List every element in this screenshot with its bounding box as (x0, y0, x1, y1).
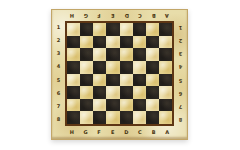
square-g8[interactable] (80, 111, 93, 124)
square-c6[interactable] (133, 86, 146, 99)
square-g3[interactable] (80, 48, 93, 61)
rank-label-right-8: 8 (174, 113, 187, 126)
square-d1[interactable] (120, 23, 133, 36)
square-e2[interactable] (106, 36, 119, 49)
board-squares (67, 23, 172, 124)
square-b3[interactable] (146, 48, 159, 61)
board-play-area (65, 21, 174, 126)
file-label-bottom-b: B (147, 126, 161, 139)
rank-label-right-6: 6 (174, 87, 187, 100)
square-g1[interactable] (80, 23, 93, 36)
file-label-bottom-c: C (133, 126, 147, 139)
square-b2[interactable] (146, 36, 159, 49)
square-g7[interactable] (80, 99, 93, 112)
square-b1[interactable] (146, 23, 159, 36)
square-f6[interactable] (93, 86, 106, 99)
square-f5[interactable] (93, 74, 106, 87)
square-a1[interactable] (159, 23, 172, 36)
square-a3[interactable] (159, 48, 172, 61)
square-f3[interactable] (93, 48, 106, 61)
square-d4[interactable] (120, 61, 133, 74)
rank-label-left-5: 5 (52, 74, 65, 87)
square-c5[interactable] (133, 74, 146, 87)
square-f1[interactable] (93, 23, 106, 36)
square-f7[interactable] (93, 99, 106, 112)
rank-label-left-1: 1 (52, 21, 65, 34)
square-h4[interactable] (67, 61, 80, 74)
file-label-top-h: H (65, 10, 79, 21)
square-e1[interactable] (106, 23, 119, 36)
square-c2[interactable] (133, 36, 146, 49)
rank-label-right-7: 7 (174, 100, 187, 113)
photo-background: HGFEDCBA HGFEDCBA 12345678 12345678 (0, 0, 240, 150)
file-label-bottom-f: F (92, 126, 106, 139)
rank-label-left-2: 2 (52, 34, 65, 47)
square-h3[interactable] (67, 48, 80, 61)
file-label-top-c: C (133, 10, 147, 21)
square-d2[interactable] (120, 36, 133, 49)
square-h1[interactable] (67, 23, 80, 36)
square-h8[interactable] (67, 111, 80, 124)
square-a8[interactable] (159, 111, 172, 124)
square-e5[interactable] (106, 74, 119, 87)
square-a5[interactable] (159, 74, 172, 87)
file-labels-bottom: HGFEDCBA (65, 126, 174, 139)
square-b8[interactable] (146, 111, 159, 124)
square-c8[interactable] (133, 111, 146, 124)
square-e8[interactable] (106, 111, 119, 124)
rank-label-right-3: 3 (174, 47, 187, 60)
square-f8[interactable] (93, 111, 106, 124)
chessboard: HGFEDCBA HGFEDCBA 12345678 12345678 (51, 9, 188, 140)
rank-label-left-3: 3 (52, 47, 65, 60)
square-a4[interactable] (159, 61, 172, 74)
rank-labels-right: 12345678 (174, 21, 187, 126)
rank-label-right-1: 1 (174, 21, 187, 34)
square-d7[interactable] (120, 99, 133, 112)
square-d8[interactable] (120, 111, 133, 124)
square-b4[interactable] (146, 61, 159, 74)
rank-label-right-5: 5 (174, 74, 187, 87)
file-label-bottom-d: D (120, 126, 134, 139)
square-e6[interactable] (106, 86, 119, 99)
square-g2[interactable] (80, 36, 93, 49)
square-g4[interactable] (80, 61, 93, 74)
file-label-bottom-e: E (106, 126, 120, 139)
square-f2[interactable] (93, 36, 106, 49)
square-b5[interactable] (146, 74, 159, 87)
square-b6[interactable] (146, 86, 159, 99)
square-d6[interactable] (120, 86, 133, 99)
file-label-bottom-h: H (65, 126, 79, 139)
square-c4[interactable] (133, 61, 146, 74)
file-label-bottom-g: G (79, 126, 93, 139)
square-e3[interactable] (106, 48, 119, 61)
square-g6[interactable] (80, 86, 93, 99)
file-label-bottom-a: A (160, 126, 174, 139)
rank-labels-left: 12345678 (52, 21, 65, 126)
file-label-top-f: F (92, 10, 106, 21)
file-label-top-a: A (160, 10, 174, 21)
file-label-top-e: E (106, 10, 120, 21)
square-h6[interactable] (67, 86, 80, 99)
square-c3[interactable] (133, 48, 146, 61)
square-c1[interactable] (133, 23, 146, 36)
rank-label-left-8: 8 (52, 113, 65, 126)
square-f4[interactable] (93, 61, 106, 74)
square-b7[interactable] (146, 99, 159, 112)
rank-label-left-4: 4 (52, 60, 65, 73)
square-h2[interactable] (67, 36, 80, 49)
square-h7[interactable] (67, 99, 80, 112)
file-labels-top: HGFEDCBA (65, 10, 174, 21)
square-d5[interactable] (120, 74, 133, 87)
square-g5[interactable] (80, 74, 93, 87)
square-a7[interactable] (159, 99, 172, 112)
file-label-top-g: G (79, 10, 93, 21)
square-e7[interactable] (106, 99, 119, 112)
rank-label-right-4: 4 (174, 60, 187, 73)
square-c7[interactable] (133, 99, 146, 112)
square-h5[interactable] (67, 74, 80, 87)
square-e4[interactable] (106, 61, 119, 74)
file-label-top-b: B (147, 10, 161, 21)
rank-label-left-6: 6 (52, 87, 65, 100)
square-a2[interactable] (159, 36, 172, 49)
square-a6[interactable] (159, 86, 172, 99)
rank-label-right-2: 2 (174, 34, 187, 47)
rank-label-left-7: 7 (52, 100, 65, 113)
square-d3[interactable] (120, 48, 133, 61)
file-label-top-d: D (120, 10, 134, 21)
